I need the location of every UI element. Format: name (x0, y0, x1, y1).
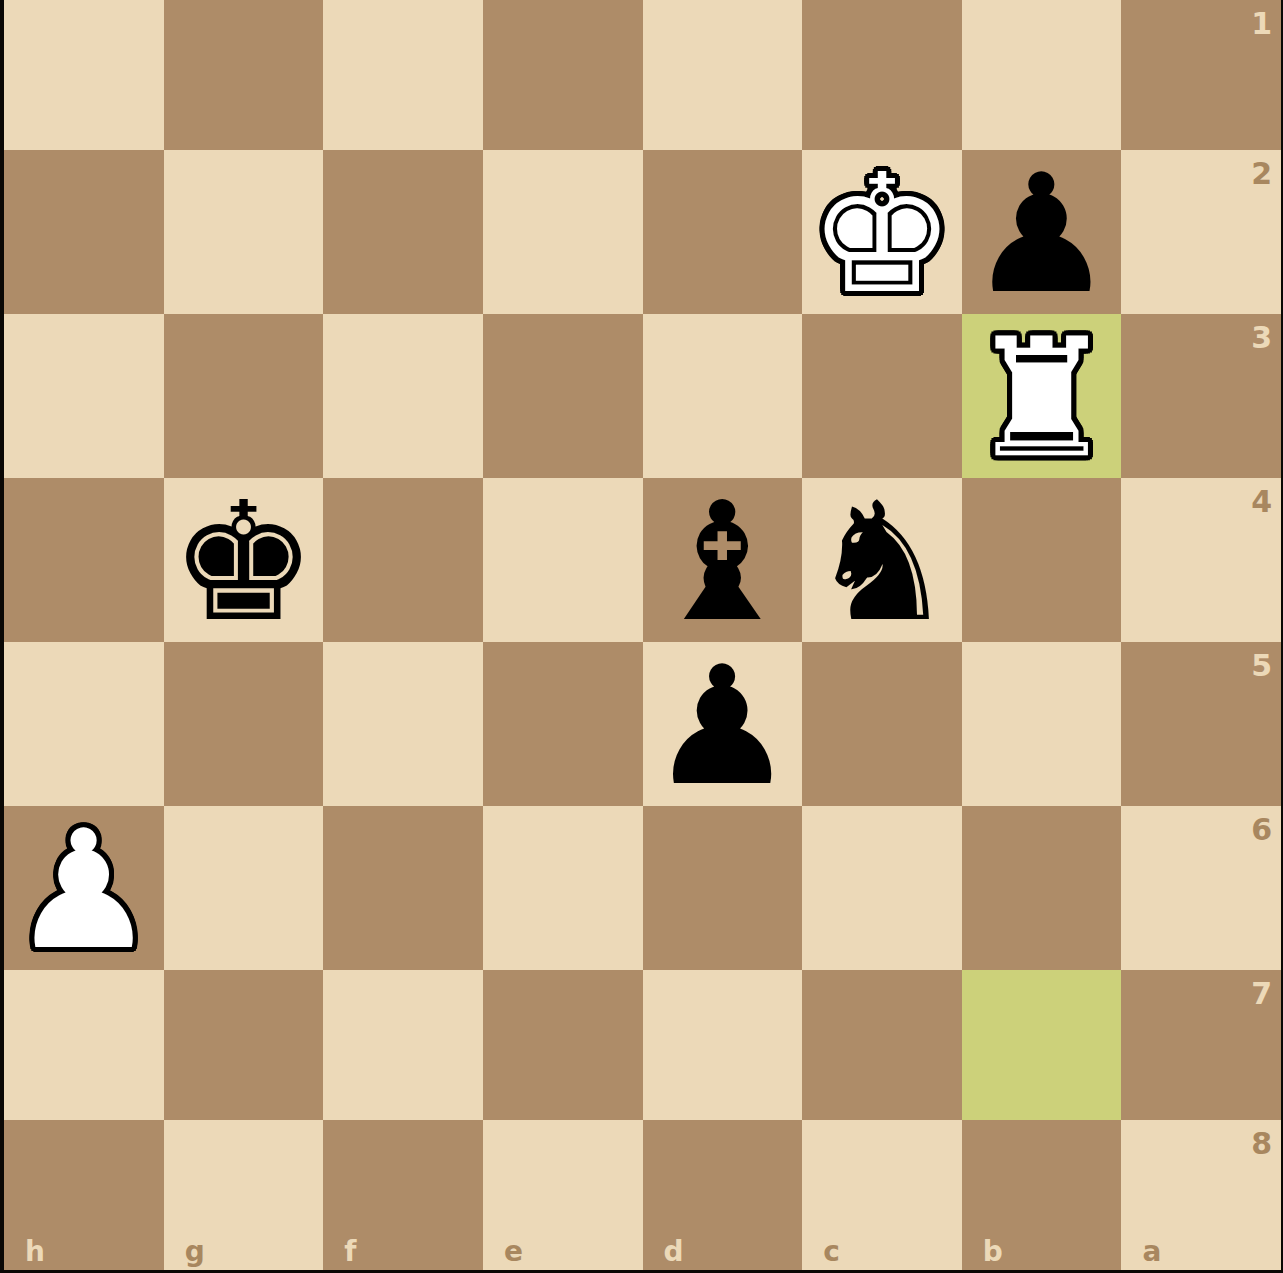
file-label-c: c (823, 1238, 840, 1266)
rank-label-1: 1 (1251, 9, 1272, 39)
square-b2[interactable]: ♟︎ (962, 150, 1122, 314)
square-e1[interactable] (483, 0, 643, 150)
square-h8[interactable]: h (4, 1120, 164, 1270)
black-king[interactable]: ♚︎ (170, 481, 317, 645)
square-d2[interactable] (643, 150, 803, 314)
white-pawn[interactable]: ♟︎ (10, 809, 157, 973)
square-c8[interactable]: c (802, 1120, 962, 1270)
file-label-f: f (344, 1238, 356, 1266)
rank-label-3: 3 (1251, 323, 1272, 353)
square-g4[interactable]: ♚︎ (164, 478, 324, 642)
square-h2[interactable] (4, 150, 164, 314)
rank-label-2: 2 (1251, 159, 1272, 189)
square-e4[interactable] (483, 478, 643, 642)
square-a6[interactable]: 6 (1121, 806, 1281, 970)
square-a5[interactable]: 5 (1121, 642, 1281, 806)
square-b3[interactable]: ♜︎ (962, 314, 1122, 478)
square-c7[interactable] (802, 970, 962, 1120)
square-f7[interactable] (323, 970, 483, 1120)
square-f3[interactable] (323, 314, 483, 478)
square-f1[interactable] (323, 0, 483, 150)
square-f2[interactable] (323, 150, 483, 314)
square-f5[interactable] (323, 642, 483, 806)
square-h5[interactable] (4, 642, 164, 806)
square-g5[interactable] (164, 642, 324, 806)
square-d5[interactable]: ♟︎ (643, 642, 803, 806)
square-e5[interactable] (483, 642, 643, 806)
black-bishop[interactable]: ♝︎ (649, 481, 796, 645)
square-c5[interactable] (802, 642, 962, 806)
square-g2[interactable] (164, 150, 324, 314)
square-e8[interactable]: e (483, 1120, 643, 1270)
rank-label-6: 6 (1251, 815, 1272, 845)
square-h1[interactable] (4, 0, 164, 150)
black-knight[interactable]: ♞︎ (808, 481, 955, 645)
square-d3[interactable] (643, 314, 803, 478)
file-label-b: b (983, 1238, 1003, 1266)
square-h3[interactable] (4, 314, 164, 478)
square-h7[interactable] (4, 970, 164, 1120)
file-label-a: a (1142, 1238, 1161, 1266)
square-e2[interactable] (483, 150, 643, 314)
square-f6[interactable] (323, 806, 483, 970)
rank-label-8: 8 (1251, 1129, 1272, 1159)
square-d7[interactable] (643, 970, 803, 1120)
square-d6[interactable] (643, 806, 803, 970)
square-a1[interactable]: 1 (1121, 0, 1281, 150)
square-g6[interactable] (164, 806, 324, 970)
square-b4[interactable] (962, 478, 1122, 642)
black-pawn[interactable]: ♟︎ (649, 645, 796, 809)
square-b6[interactable] (962, 806, 1122, 970)
file-label-h: h (25, 1238, 45, 1266)
square-g3[interactable] (164, 314, 324, 478)
square-c4[interactable]: ♞︎ (802, 478, 962, 642)
square-a4[interactable]: 4 (1121, 478, 1281, 642)
rank-label-5: 5 (1251, 651, 1272, 681)
chess-app-background: { "game": "chess", "board": { "orientati… (0, 0, 1283, 1273)
white-rook[interactable]: ♜︎ (968, 317, 1115, 481)
file-label-g: g (185, 1238, 205, 1266)
square-h6[interactable]: ♟︎ (4, 806, 164, 970)
square-c3[interactable] (802, 314, 962, 478)
square-f4[interactable] (323, 478, 483, 642)
square-d8[interactable]: d (643, 1120, 803, 1270)
square-d1[interactable] (643, 0, 803, 150)
square-e6[interactable] (483, 806, 643, 970)
square-e3[interactable] (483, 314, 643, 478)
square-g7[interactable] (164, 970, 324, 1120)
square-b5[interactable] (962, 642, 1122, 806)
rank-label-7: 7 (1251, 979, 1272, 1009)
square-f8[interactable]: f (323, 1120, 483, 1270)
square-a7[interactable]: 7 (1121, 970, 1281, 1120)
square-g8[interactable]: g (164, 1120, 324, 1270)
square-c6[interactable] (802, 806, 962, 970)
black-pawn[interactable]: ♟︎ (968, 153, 1115, 317)
white-king[interactable]: ♚︎ (808, 153, 955, 317)
square-a2[interactable]: 2 (1121, 150, 1281, 314)
file-label-e: e (504, 1238, 523, 1266)
square-c2[interactable]: ♚︎ (802, 150, 962, 314)
square-b7[interactable] (962, 970, 1122, 1120)
square-c1[interactable] (802, 0, 962, 150)
square-b1[interactable] (962, 0, 1122, 150)
file-label-d: d (664, 1238, 684, 1266)
square-a3[interactable]: 3 (1121, 314, 1281, 478)
square-a8[interactable]: a8 (1121, 1120, 1281, 1270)
square-h4[interactable] (4, 478, 164, 642)
rank-label-4: 4 (1251, 487, 1272, 517)
square-g1[interactable] (164, 0, 324, 150)
square-d4[interactable]: ♝︎ (643, 478, 803, 642)
chess-board: 1♚︎♟︎2♜︎3♚︎♝︎♞︎4♟︎5♟︎67hgfedcba8 (4, 0, 1281, 1270)
square-e7[interactable] (483, 970, 643, 1120)
square-b8[interactable]: b (962, 1120, 1122, 1270)
